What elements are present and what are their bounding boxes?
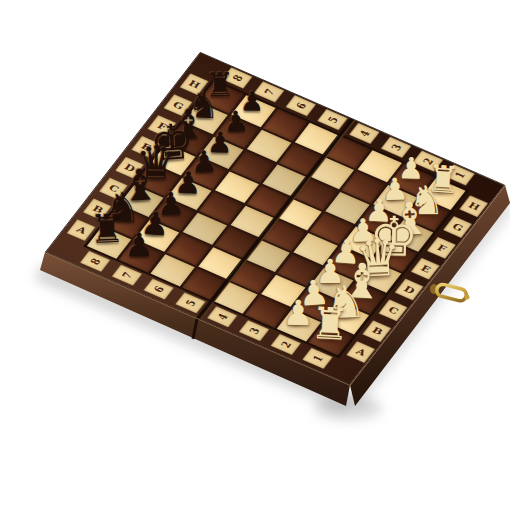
pieces-layer: ♜♟♞♟♝♟♚♟♟♛♜♟♟♝♞♟♟♞♝♟♟♜♚♟♟♛♟♝♟♞♟♜: [0, 0, 510, 510]
piece-black-pawn-a7[interactable]: ♟: [125, 229, 154, 261]
piece-white-pawn-a2[interactable]: ♟: [282, 296, 314, 331]
chess-set-photo: 8AA87BB76CC65DD54EE43FF32GG21HH1 ♜♟♞♟♝♟♚…: [0, 0, 510, 510]
piece-black-rook-a8[interactable]: ♜: [89, 209, 125, 249]
piece-white-rook-a1[interactable]: ♜: [309, 302, 350, 347]
